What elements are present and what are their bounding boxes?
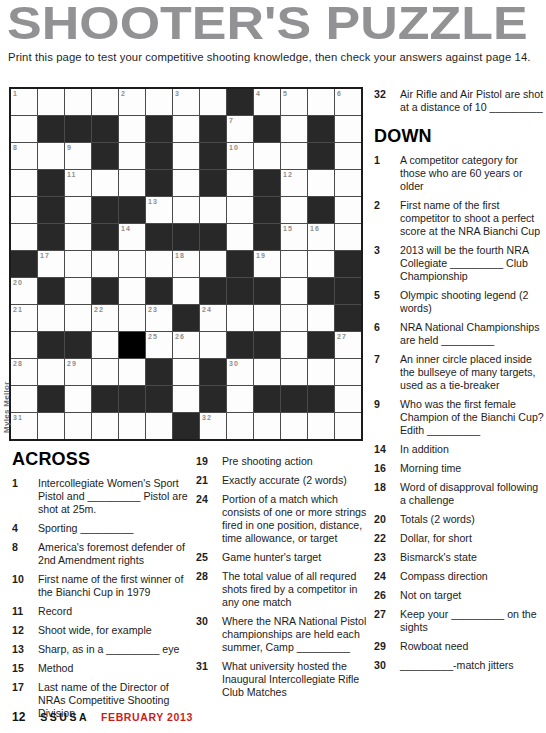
grid-cell[interactable]	[254, 305, 280, 331]
grid-cell[interactable]: 10	[227, 143, 253, 169]
grid-cell[interactable]: 14	[119, 224, 145, 250]
cell-number: 8	[13, 144, 18, 151]
cell-number: 2	[121, 90, 126, 97]
author-credit: Myles Mellor	[2, 381, 11, 433]
block-cell	[254, 170, 280, 196]
block-cell	[308, 278, 334, 304]
cell-number: 7	[229, 117, 234, 124]
clue-number: 29	[374, 640, 400, 653]
grid-cell[interactable]	[92, 359, 118, 385]
block-cell	[119, 332, 145, 358]
grid-cell[interactable]: 23	[146, 305, 172, 331]
clue-number: 3	[374, 244, 400, 283]
clue-number: 1	[12, 477, 38, 516]
grid-cell[interactable]	[119, 305, 145, 331]
clue-text: Shoot wide, for example	[38, 624, 193, 637]
grid-cell[interactable]	[11, 170, 37, 196]
clue-text: Rowboat need	[400, 640, 546, 653]
grid-cell[interactable]	[92, 170, 118, 196]
grid-cell[interactable]: 26	[173, 332, 199, 358]
clue-number: 4	[12, 522, 38, 535]
grid-cell[interactable]	[200, 197, 226, 223]
grid-cell[interactable]	[227, 170, 253, 196]
cell-number: 18	[175, 252, 185, 259]
cell-number: 10	[229, 144, 239, 151]
grid-cell[interactable]	[119, 143, 145, 169]
clue-number: 25	[196, 551, 222, 564]
grid-cell[interactable]	[227, 305, 253, 331]
block-cell	[308, 332, 334, 358]
grid-cell[interactable]: 3	[173, 89, 199, 115]
grid-cell[interactable]	[335, 224, 361, 250]
grid-cell[interactable]: 24	[200, 305, 226, 331]
block-cell	[38, 197, 64, 223]
subtitle: Print this page to test your competitive…	[8, 51, 531, 63]
clue-text: Who was the first female Champion of the…	[400, 398, 546, 437]
grid-cell[interactable]	[146, 251, 172, 277]
block-cell	[335, 305, 361, 331]
grid-cell[interactable]	[38, 359, 64, 385]
block-cell	[200, 116, 226, 142]
clue-number: 31	[196, 660, 222, 699]
grid-cell[interactable]	[119, 170, 145, 196]
clue-text: America's foremost defender of 2nd Amend…	[38, 541, 193, 567]
grid-cell[interactable]	[65, 305, 91, 331]
grid-cell[interactable]	[119, 278, 145, 304]
clue-across-31: 31What university hosted the Inaugural I…	[196, 660, 372, 699]
grid-cell[interactable]	[92, 332, 118, 358]
grid-cell[interactable]: 6	[335, 89, 361, 115]
grid-cell[interactable]	[38, 143, 64, 169]
clue-number: 6	[374, 321, 400, 347]
grid-cell[interactable]	[281, 251, 307, 277]
grid-cell[interactable]	[308, 305, 334, 331]
block-cell	[146, 386, 172, 412]
clue-text: NRA National Championships are held ____…	[400, 321, 546, 347]
block-cell	[92, 278, 118, 304]
clue-text: Method	[38, 662, 193, 675]
clue-number: 24	[196, 493, 222, 545]
block-cell	[200, 359, 226, 385]
clue-number: 10	[12, 573, 38, 599]
clue-text: The total value of all requred shots fir…	[222, 570, 372, 609]
clue-number: 23	[374, 551, 400, 564]
cell-number: 3	[175, 90, 180, 97]
clue-across-8: 8America's foremost defender of 2nd Amen…	[12, 541, 193, 567]
grid-cell[interactable]	[200, 251, 226, 277]
clue-text: Exactly accurate (2 words)	[222, 474, 372, 487]
clue-down-7: 7An inner circle placed inside the bulls…	[374, 353, 546, 392]
grid-cell[interactable]	[200, 332, 226, 358]
block-cell	[335, 251, 361, 277]
clue-down-30: 30_________-match jitters	[374, 659, 546, 672]
grid-cell[interactable]	[119, 116, 145, 142]
block-cell	[200, 170, 226, 196]
block-cell	[92, 143, 118, 169]
clue-down-1: 1A competitor category for those who are…	[374, 154, 546, 193]
grid-cell[interactable]	[308, 89, 334, 115]
grid-cell[interactable]	[65, 386, 91, 412]
grid-cell[interactable]	[119, 251, 145, 277]
grid-cell[interactable]	[65, 197, 91, 223]
grid-cell[interactable]	[38, 305, 64, 331]
clue-down-9: 9Who was the first female Champion of th…	[374, 398, 546, 437]
across-clues-list-2: 19Pre shooting action21Exactly accurate …	[196, 455, 372, 699]
grid-cell[interactable]: 20	[11, 278, 37, 304]
clue-text: Word of disapproval following a challeng…	[400, 481, 546, 507]
grid-cell[interactable]: 11	[65, 170, 91, 196]
block-cell	[254, 224, 280, 250]
grid-cell[interactable]: 13	[146, 197, 172, 223]
clue-text: Bismarck's state	[400, 551, 546, 564]
clue-number: 26	[374, 589, 400, 602]
across-heading: ACROSS	[12, 450, 193, 469]
grid-cell[interactable]	[146, 413, 172, 439]
page-title: SHOOTER'S PUZZLE	[7, 0, 528, 46]
clue-across-32: 32Air Rifle and Air Pistol are shot at a…	[374, 88, 546, 114]
grid-cell[interactable]	[11, 197, 37, 223]
clue-number: 9	[374, 398, 400, 437]
grid-cell[interactable]: 22	[92, 305, 118, 331]
block-cell	[92, 386, 118, 412]
across-clues-column-2: 19Pre shooting action21Exactly accurate …	[196, 455, 372, 705]
grid-cell[interactable]	[11, 386, 37, 412]
block-cell	[119, 197, 145, 223]
clue-number: 2	[374, 199, 400, 238]
block-cell	[146, 116, 172, 142]
grid-cell[interactable]	[173, 197, 199, 223]
clue-text: Sporting _________	[38, 522, 193, 535]
grid-cell[interactable]	[281, 278, 307, 304]
clue-down-3: 32013 will be the fourth NRA Collegiate …	[374, 244, 546, 283]
clue-text: _________-match jitters	[400, 659, 546, 672]
block-cell	[254, 332, 280, 358]
grid-cell[interactable]	[335, 170, 361, 196]
cell-number: 6	[337, 90, 342, 97]
clue-number: 27	[374, 608, 400, 634]
clue-text: Totals (2 words)	[400, 513, 546, 526]
grid-cell[interactable]: 5	[281, 89, 307, 115]
grid-cell[interactable]	[173, 359, 199, 385]
cell-number: 4	[256, 90, 261, 97]
grid-cell[interactable]: 18	[173, 251, 199, 277]
grid-cell[interactable]	[11, 224, 37, 250]
block-cell	[254, 116, 280, 142]
clue-number: 20	[374, 513, 400, 526]
clue-text: First name of the first winner of the Bi…	[38, 573, 193, 599]
grid-cell[interactable]	[92, 413, 118, 439]
clue-down-2: 2First name of the first competitor to s…	[374, 199, 546, 238]
clue-number: 11	[12, 605, 38, 618]
block-cell	[65, 332, 91, 358]
block-cell	[146, 170, 172, 196]
block-cell	[308, 197, 334, 223]
grid-cell[interactable]	[281, 332, 307, 358]
grid-cell[interactable]: 30	[227, 359, 253, 385]
cell-number: 19	[256, 252, 266, 259]
block-cell	[119, 386, 145, 412]
grid-cell[interactable]: 21	[11, 305, 37, 331]
grid-cell[interactable]	[173, 143, 199, 169]
block-cell	[11, 251, 37, 277]
grid-cell[interactable]	[92, 89, 118, 115]
grid-cell[interactable]	[173, 278, 199, 304]
block-cell	[146, 278, 172, 304]
block-cell	[227, 278, 253, 304]
grid-cell[interactable]	[173, 170, 199, 196]
cell-number: 25	[148, 333, 158, 340]
grid-cell[interactable]	[254, 359, 280, 385]
clue-down-18: 18Word of disapproval following a challe…	[374, 481, 546, 507]
clue-text: Pre shooting action	[222, 455, 372, 468]
block-cell	[335, 278, 361, 304]
grid-cell[interactable]	[200, 89, 226, 115]
block-cell	[146, 224, 172, 250]
clue-across-19: 19Pre shooting action	[196, 455, 372, 468]
grid-cell[interactable]	[335, 197, 361, 223]
cell-number: 23	[148, 306, 158, 313]
clue-number: 30	[374, 659, 400, 672]
block-cell	[65, 116, 91, 142]
clue-text: A competitor category for those who are …	[400, 154, 546, 193]
clue-across-25: 25Game hunter's target	[196, 551, 372, 564]
grid-cell[interactable]	[335, 413, 361, 439]
cell-number: 13	[148, 198, 158, 205]
cell-number: 16	[310, 225, 320, 232]
cell-number: 17	[40, 252, 50, 259]
block-cell	[227, 332, 253, 358]
grid-cell[interactable]: 12	[281, 170, 307, 196]
block-cell	[308, 386, 334, 412]
across-clues-list-3: 32Air Rifle and Air Pistol are shot at a…	[374, 88, 546, 114]
clue-across-15: 15Method	[12, 662, 193, 675]
clue-number: 21	[196, 474, 222, 487]
clue-across-30: 30Where the NRA National Pistol champion…	[196, 615, 372, 654]
cell-number: 31	[13, 414, 23, 421]
grid-cell[interactable]	[92, 251, 118, 277]
grid-cell[interactable]: 15	[281, 224, 307, 250]
block-cell	[173, 413, 199, 439]
cell-number: 5	[283, 90, 288, 97]
grid-cell[interactable]	[335, 359, 361, 385]
clue-number: 24	[374, 570, 400, 583]
clue-text: First name of the first competitor to sh…	[400, 199, 546, 238]
clue-down-27: 27Keep your _________ on the sights	[374, 608, 546, 634]
grid-cell[interactable]: 4	[254, 89, 280, 115]
clue-number: 28	[196, 570, 222, 609]
grid-cell[interactable]: 25	[146, 332, 172, 358]
grid-cell[interactable]: 9	[65, 143, 91, 169]
cell-number: 30	[229, 360, 239, 367]
clue-text: Record	[38, 605, 193, 618]
grid-cell[interactable]	[281, 413, 307, 439]
clue-text: In addition	[400, 443, 546, 456]
footer-page-number: 12	[12, 710, 25, 724]
across-clues-list: 1Intercollegiate Women's Sport Pistol an…	[12, 477, 193, 720]
block-cell	[308, 143, 334, 169]
grid-cell[interactable]	[227, 197, 253, 223]
block-cell	[38, 170, 64, 196]
grid-cell[interactable]	[335, 116, 361, 142]
grid-cell[interactable]	[227, 386, 253, 412]
grid-cell[interactable]	[119, 359, 145, 385]
grid-cell[interactable]	[65, 251, 91, 277]
clue-across-1: 1Intercollegiate Women's Sport Pistol an…	[12, 477, 193, 516]
clue-down-26: 26Not on target	[374, 589, 546, 602]
across-clues-column: ACROSS 1Intercollegiate Women's Sport Pi…	[12, 450, 193, 726]
grid-cell[interactable]	[227, 413, 253, 439]
grid-cell[interactable]: 1	[11, 89, 37, 115]
clue-down-24: 24Compass direction	[374, 570, 546, 583]
block-cell	[227, 89, 253, 115]
clue-across-12: 12Shoot wide, for example	[12, 624, 193, 637]
clue-down-23: 23Bismarck's state	[374, 551, 546, 564]
clue-text: Where the NRA National Pistol championsh…	[222, 615, 372, 654]
block-cell	[200, 143, 226, 169]
clue-number: 1	[374, 154, 400, 193]
clue-down-6: 6NRA National Championships are held ___…	[374, 321, 546, 347]
grid-cell[interactable]	[281, 197, 307, 223]
crossword-grid[interactable]: 1234567891011121314151617181920212223242…	[9, 87, 363, 441]
clue-text: What university hosted the Inaugural Int…	[222, 660, 372, 699]
grid-cell[interactable]	[227, 224, 253, 250]
block-cell	[38, 116, 64, 142]
clue-text: Morning time	[400, 462, 546, 475]
grid-cell[interactable]: 27	[335, 332, 361, 358]
grid-cell[interactable]	[38, 413, 64, 439]
grid-cell[interactable]	[308, 251, 334, 277]
grid-cell[interactable]	[308, 170, 334, 196]
block-cell	[200, 386, 226, 412]
grid-cell[interactable]	[254, 413, 280, 439]
clue-number: 7	[374, 353, 400, 392]
down-heading: DOWN	[374, 127, 546, 146]
grid-cell[interactable]	[11, 332, 37, 358]
clue-text: Intercollegiate Women's Sport Pistol and…	[38, 477, 193, 516]
block-cell	[200, 278, 226, 304]
cell-number: 32	[202, 414, 212, 421]
grid-cell[interactable]: 19	[254, 251, 280, 277]
block-cell	[38, 278, 64, 304]
block-cell	[173, 305, 199, 331]
clue-number: 19	[196, 455, 222, 468]
clue-down-14: 14In addition	[374, 443, 546, 456]
grid-cell[interactable]	[65, 413, 91, 439]
block-cell	[281, 386, 307, 412]
cell-number: 15	[283, 225, 293, 232]
grid-cell[interactable]: 8	[11, 143, 37, 169]
clue-number: 32	[374, 88, 400, 114]
cell-number: 9	[67, 144, 72, 151]
clue-number: 30	[196, 615, 222, 654]
clue-text: Dollar, for short	[400, 532, 546, 545]
block-cell	[254, 197, 280, 223]
cell-number: 28	[13, 360, 23, 367]
page: SHOOTER'S PUZZLE Print this page to test…	[0, 0, 546, 733]
grid-cell[interactable]	[173, 116, 199, 142]
clue-across-24: 24Portion of a match which consists of o…	[196, 493, 372, 545]
grid-cell[interactable]	[281, 305, 307, 331]
grid-cell[interactable]	[119, 413, 145, 439]
clue-across-11: 11Record	[12, 605, 193, 618]
block-cell	[227, 251, 253, 277]
clue-text: Air Rifle and Air Pistol are shot at a d…	[400, 88, 546, 114]
clue-across-13: 13Sharp, as in a _________ eye	[12, 643, 193, 656]
cell-number: 21	[13, 306, 23, 313]
clue-down-29: 29Rowboat need	[374, 640, 546, 653]
block-cell	[146, 359, 172, 385]
clue-text: An inner circle placed inside the bullse…	[400, 353, 546, 392]
clue-text: Keep your _________ on the sights	[400, 608, 546, 634]
grid-cell[interactable]	[335, 386, 361, 412]
grid-cell[interactable]: 29	[65, 359, 91, 385]
cell-number: 11	[67, 171, 76, 178]
grid-cell[interactable]	[38, 89, 64, 115]
cell-number: 27	[337, 333, 347, 340]
grid-cell[interactable]	[254, 143, 280, 169]
clue-number: 14	[374, 443, 400, 456]
block-cell	[92, 116, 118, 142]
clue-across-4: 4Sporting _________	[12, 522, 193, 535]
block-cell	[92, 224, 118, 250]
grid-cell[interactable]: 16	[308, 224, 334, 250]
block-cell	[308, 116, 334, 142]
clue-text: Game hunter's target	[222, 551, 372, 564]
grid-cell[interactable]	[281, 116, 307, 142]
clue-text: Not on target	[400, 589, 546, 602]
grid-cell[interactable]	[308, 413, 334, 439]
clue-down-5: 5Olympic shooting legend (2 words)	[374, 289, 546, 315]
grid-cell[interactable]	[335, 143, 361, 169]
block-cell	[173, 224, 199, 250]
grid-cell[interactable]	[281, 143, 307, 169]
grid-cell[interactable]	[308, 359, 334, 385]
grid-cell[interactable]	[173, 386, 199, 412]
clue-across-28: 28The total value of all requred shots f…	[196, 570, 372, 609]
block-cell	[146, 143, 172, 169]
grid-cell[interactable]	[146, 89, 172, 115]
clue-number: 5	[374, 289, 400, 315]
grid-cell[interactable]: 17	[38, 251, 64, 277]
grid-cell[interactable]	[65, 89, 91, 115]
clue-number: 13	[12, 643, 38, 656]
clue-across-21: 21Exactly accurate (2 words)	[196, 474, 372, 487]
block-cell	[254, 278, 280, 304]
cell-number: 29	[67, 360, 77, 367]
grid-cell[interactable]	[281, 359, 307, 385]
clue-number: 22	[374, 532, 400, 545]
grid-cell[interactable]: 31	[11, 413, 37, 439]
cell-number: 22	[94, 306, 104, 313]
footer-issue: FEBRUARY 2013	[101, 711, 193, 723]
grid-cell[interactable]	[65, 278, 91, 304]
footer: 12SSUSAFEBRUARY 2013	[12, 710, 193, 724]
block-cell	[38, 224, 64, 250]
grid-cell[interactable]: 28	[11, 359, 37, 385]
clue-number: 12	[12, 624, 38, 637]
block-cell	[200, 224, 226, 250]
grid-cell[interactable]	[65, 224, 91, 250]
grid-cell[interactable]	[11, 116, 37, 142]
grid-cell[interactable]: 7	[227, 116, 253, 142]
cell-number: 12	[283, 171, 293, 178]
grid-cell[interactable]: 2	[119, 89, 145, 115]
clue-number: 16	[374, 462, 400, 475]
block-cell	[254, 386, 280, 412]
clue-across-10: 10First name of the first winner of the …	[12, 573, 193, 599]
grid-cell[interactable]: 32	[200, 413, 226, 439]
clue-text: Olympic shooting legend (2 words)	[400, 289, 546, 315]
